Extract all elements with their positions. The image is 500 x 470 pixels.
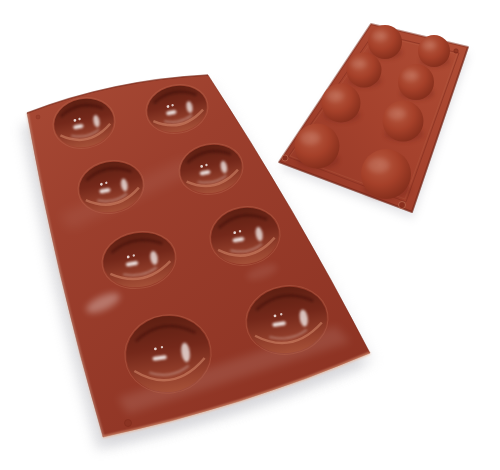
dome-bump [322,84,361,123]
dome-highlight [388,108,406,120]
corner-dimple [125,420,132,427]
dome-highlight [422,41,436,51]
mold-dome [418,35,450,67]
corner-hole [454,49,458,53]
product-photo [0,0,500,470]
dome-highlight [403,70,419,81]
mold-photo-canvas [0,0,500,470]
mold-dome [368,25,402,59]
dome-bump [398,64,434,100]
corner-hole [282,155,288,161]
mold-dome [322,84,361,123]
dome-highlight [326,90,344,102]
dome-bump [295,124,340,169]
corner-dimple [36,115,40,119]
dome-bump [347,53,382,88]
dome-bump [383,101,424,142]
mold-dome [383,101,424,142]
corner-hole [399,202,406,209]
dome-highlight [351,59,367,70]
dome-highlight [372,31,387,41]
mold-dome [295,124,340,169]
dome-bump [361,149,411,199]
mold-dome [347,53,382,88]
dome-highlight [367,158,390,173]
mold-dome [361,149,411,200]
mold-dome [398,64,434,100]
dome-bump [368,25,402,59]
dome-bump [418,35,450,67]
dome-highlight [300,131,320,145]
